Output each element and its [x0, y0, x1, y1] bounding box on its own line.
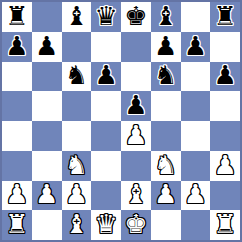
- black-pawn-icon[interactable]: ♟: [5, 33, 28, 59]
- square-h1[interactable]: ♜: [210, 210, 240, 240]
- black-rook-icon[interactable]: ♜: [5, 3, 28, 29]
- square-c3[interactable]: ♞: [62, 151, 92, 181]
- square-c7[interactable]: [62, 32, 92, 62]
- square-b1[interactable]: [32, 210, 62, 240]
- square-c6[interactable]: ♞: [62, 62, 92, 92]
- square-e3[interactable]: [121, 151, 151, 181]
- square-e5[interactable]: ♟: [121, 91, 151, 121]
- black-bishop-icon[interactable]: ♝: [65, 3, 88, 29]
- square-e4[interactable]: ♟: [121, 121, 151, 151]
- square-c2[interactable]: ♟: [62, 181, 92, 211]
- square-a1[interactable]: ♜: [2, 210, 32, 240]
- square-g6[interactable]: [181, 62, 211, 92]
- white-pawn-icon[interactable]: ♟: [35, 181, 58, 207]
- black-pawn-icon[interactable]: ♟: [94, 62, 117, 88]
- black-pawn-icon[interactable]: ♟: [184, 33, 207, 59]
- square-h5[interactable]: [210, 91, 240, 121]
- square-b2[interactable]: ♟: [32, 181, 62, 211]
- square-g5[interactable]: [181, 91, 211, 121]
- square-e2[interactable]: ♝: [121, 181, 151, 211]
- square-h2[interactable]: [210, 181, 240, 211]
- square-f6[interactable]: ♞: [151, 62, 181, 92]
- black-pawn-icon[interactable]: ♟: [35, 33, 58, 59]
- square-c1[interactable]: ♝: [62, 210, 92, 240]
- square-f3[interactable]: ♞: [151, 151, 181, 181]
- square-b5[interactable]: [32, 91, 62, 121]
- square-a5[interactable]: [2, 91, 32, 121]
- square-h3[interactable]: ♟: [210, 151, 240, 181]
- white-king-icon[interactable]: ♚: [124, 211, 147, 237]
- square-b3[interactable]: [32, 151, 62, 181]
- square-a4[interactable]: [2, 121, 32, 151]
- square-e7[interactable]: [121, 32, 151, 62]
- square-h6[interactable]: ♟: [210, 62, 240, 92]
- square-d8[interactable]: ♛: [91, 2, 121, 32]
- square-h8[interactable]: ♜: [210, 2, 240, 32]
- square-b8[interactable]: [32, 2, 62, 32]
- black-rook-icon[interactable]: ♜: [213, 3, 236, 29]
- white-queen-icon[interactable]: ♛: [94, 211, 117, 237]
- square-g3[interactable]: [181, 151, 211, 181]
- square-d1[interactable]: ♛: [91, 210, 121, 240]
- square-g4[interactable]: [181, 121, 211, 151]
- square-h4[interactable]: [210, 121, 240, 151]
- square-d3[interactable]: [91, 151, 121, 181]
- square-c8[interactable]: ♝: [62, 2, 92, 32]
- black-pawn-icon[interactable]: ♟: [124, 92, 147, 118]
- square-d7[interactable]: [91, 32, 121, 62]
- square-f4[interactable]: [151, 121, 181, 151]
- black-pawn-icon[interactable]: ♟: [213, 62, 236, 88]
- white-pawn-icon[interactable]: ♟: [124, 122, 147, 148]
- square-d5[interactable]: [91, 91, 121, 121]
- square-d6[interactable]: ♟: [91, 62, 121, 92]
- square-b7[interactable]: ♟: [32, 32, 62, 62]
- black-king-icon[interactable]: ♚: [124, 3, 147, 29]
- square-a6[interactable]: [2, 62, 32, 92]
- black-pawn-icon[interactable]: ♟: [154, 33, 177, 59]
- square-b6[interactable]: [32, 62, 62, 92]
- square-f2[interactable]: ♟: [151, 181, 181, 211]
- white-pawn-icon[interactable]: ♟: [154, 181, 177, 207]
- square-b4[interactable]: [32, 121, 62, 151]
- square-g8[interactable]: [181, 2, 211, 32]
- square-e1[interactable]: ♚: [121, 210, 151, 240]
- square-e8[interactable]: ♚: [121, 2, 151, 32]
- white-knight-icon[interactable]: ♞: [65, 152, 88, 178]
- square-h7[interactable]: [210, 32, 240, 62]
- white-pawn-icon[interactable]: ♟: [213, 152, 236, 178]
- square-a7[interactable]: ♟: [2, 32, 32, 62]
- square-f7[interactable]: ♟: [151, 32, 181, 62]
- square-g1[interactable]: [181, 210, 211, 240]
- square-e6[interactable]: [121, 62, 151, 92]
- white-knight-icon[interactable]: ♞: [154, 152, 177, 178]
- black-knight-icon[interactable]: ♞: [65, 62, 88, 88]
- white-bishop-icon[interactable]: ♝: [124, 181, 147, 207]
- chess-board: ♜♝♛♚♝♜♟♟♟♟♞♟♞♟♟♟♞♞♟♟♟♟♝♟♟♜♝♛♚♜: [0, 0, 242, 242]
- square-g7[interactable]: ♟: [181, 32, 211, 62]
- white-pawn-icon[interactable]: ♟: [5, 181, 28, 207]
- square-a3[interactable]: [2, 151, 32, 181]
- square-f5[interactable]: [151, 91, 181, 121]
- square-g2[interactable]: ♟: [181, 181, 211, 211]
- white-bishop-icon[interactable]: ♝: [65, 211, 88, 237]
- black-knight-icon[interactable]: ♞: [154, 62, 177, 88]
- black-bishop-icon[interactable]: ♝: [154, 3, 177, 29]
- black-queen-icon[interactable]: ♛: [94, 3, 117, 29]
- white-rook-icon[interactable]: ♜: [213, 211, 236, 237]
- square-d2[interactable]: [91, 181, 121, 211]
- white-rook-icon[interactable]: ♜: [5, 211, 28, 237]
- white-pawn-icon[interactable]: ♟: [184, 181, 207, 207]
- square-d4[interactable]: [91, 121, 121, 151]
- square-f8[interactable]: ♝: [151, 2, 181, 32]
- square-a2[interactable]: ♟: [2, 181, 32, 211]
- square-a8[interactable]: ♜: [2, 2, 32, 32]
- square-f1[interactable]: [151, 210, 181, 240]
- white-pawn-icon[interactable]: ♟: [65, 181, 88, 207]
- square-c4[interactable]: [62, 121, 92, 151]
- square-c5[interactable]: [62, 91, 92, 121]
